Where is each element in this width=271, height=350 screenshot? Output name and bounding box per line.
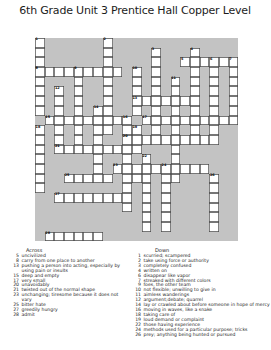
grid-cell[interactable]: 26 (209, 174, 219, 184)
grid-cell[interactable]: 22 (142, 154, 152, 164)
grid-cell[interactable] (151, 135, 161, 145)
grid-cell[interactable]: 10 (132, 67, 142, 77)
cell-number: 12 (55, 86, 60, 90)
grid-cell[interactable] (142, 183, 152, 193)
blocked-cell (122, 86, 132, 96)
grid-cell[interactable] (83, 232, 93, 242)
grid-cell[interactable] (209, 125, 219, 135)
grid-cell[interactable] (161, 203, 171, 213)
grid-cell[interactable]: 24 (161, 164, 171, 174)
blocked-cell (74, 154, 84, 164)
blocked-cell (74, 203, 84, 213)
blocked-cell (45, 193, 55, 203)
blocked-cell (229, 145, 239, 155)
page-title: 6th Grade Unit 3 Prentice Hall Copper Le… (0, 4, 270, 17)
grid-cell[interactable] (151, 96, 161, 106)
grid-cell[interactable] (122, 203, 132, 213)
blocked-cell (113, 57, 123, 67)
grid-cell[interactable] (93, 145, 103, 155)
grid-cell[interactable] (190, 67, 200, 77)
grid-cell[interactable] (209, 96, 219, 106)
grid-cell[interactable] (74, 77, 84, 87)
grid-cell[interactable] (142, 164, 152, 174)
grid-cell[interactable] (200, 57, 210, 67)
grid-cell[interactable] (74, 86, 84, 96)
blocked-cell (142, 86, 152, 96)
grid-cell[interactable] (35, 145, 45, 155)
grid-cell[interactable]: 23 (113, 164, 123, 174)
grid-cell[interactable] (64, 145, 74, 155)
grid-cell[interactable] (190, 96, 200, 106)
grid-cell[interactable] (190, 135, 200, 145)
clue-number: 26 (129, 333, 144, 338)
grid-cell[interactable]: 21 (54, 145, 64, 155)
grid-cell[interactable]: 4 (190, 48, 200, 58)
blocked-cell (35, 212, 45, 222)
grid-cell[interactable]: 11 (171, 77, 181, 87)
cell-number: 21 (55, 144, 60, 148)
grid-cell[interactable] (93, 232, 103, 242)
blocked-cell (219, 212, 229, 222)
blocked-cell (161, 145, 171, 155)
grid-cell[interactable] (151, 57, 161, 67)
blocked-cell (229, 38, 239, 48)
grid-cell[interactable] (161, 116, 171, 126)
blocked-cell (64, 135, 74, 145)
grid-cell[interactable] (142, 222, 152, 232)
grid-cell[interactable] (93, 193, 103, 203)
grid-cell[interactable] (151, 67, 161, 77)
grid-cell[interactable] (171, 116, 181, 126)
cell-number: 10 (132, 66, 137, 70)
grid-cell[interactable] (209, 116, 219, 126)
blocked-cell (54, 212, 64, 222)
blocked-cell (190, 212, 200, 222)
blocked-cell (209, 154, 219, 164)
cell-number: 13 (132, 96, 137, 100)
grid-cell[interactable] (35, 96, 45, 106)
grid-cell[interactable] (103, 145, 113, 155)
blocked-cell (132, 203, 142, 213)
grid-cell[interactable] (122, 145, 132, 155)
clue-section: Across 5uncivilized8carry from one place… (0, 246, 270, 337)
cell-number: 11 (171, 76, 176, 80)
blocked-cell (122, 212, 132, 222)
grid-cell[interactable] (219, 116, 229, 126)
blocked-cell (229, 203, 239, 213)
blocked-cell (151, 222, 161, 232)
grid-cell[interactable] (171, 135, 181, 145)
grid-cell[interactable]: 17 (142, 116, 152, 126)
blocked-cell (180, 183, 190, 193)
blocked-cell (54, 154, 64, 164)
blocked-cell (180, 174, 190, 184)
grid-cell[interactable]: 13 (132, 96, 142, 106)
grid-cell[interactable] (209, 77, 219, 87)
grid-cell[interactable] (161, 96, 171, 106)
grid-cell[interactable] (151, 116, 161, 126)
grid-cell[interactable]: 6 (209, 57, 219, 67)
grid-cell[interactable] (74, 125, 84, 135)
grid-cell[interactable] (209, 86, 219, 96)
grid-cell[interactable] (103, 174, 113, 184)
grid-cell[interactable] (122, 154, 132, 164)
grid-cell[interactable] (74, 116, 84, 126)
grid-cell[interactable] (93, 174, 103, 184)
grid-cell[interactable] (35, 106, 45, 116)
blocked-cell (151, 193, 161, 203)
grid-cell[interactable] (103, 48, 113, 58)
grid-cell[interactable]: 25 (64, 174, 74, 184)
blocked-cell (113, 174, 123, 184)
blocked-cell (200, 106, 210, 116)
grid-cell[interactable] (132, 164, 142, 174)
grid-cell[interactable] (35, 135, 45, 145)
blocked-cell (83, 96, 93, 106)
grid-cell[interactable] (171, 154, 181, 164)
grid-cell[interactable] (161, 174, 171, 184)
blocked-cell (113, 183, 123, 193)
blocked-cell (180, 77, 190, 87)
blocked-cell (103, 212, 113, 222)
blocked-cell (171, 183, 181, 193)
blocked-cell (200, 174, 210, 184)
blocked-cell (74, 48, 84, 58)
grid-cell[interactable] (161, 212, 171, 222)
grid-cell[interactable] (103, 77, 113, 87)
grid-cell[interactable] (161, 193, 171, 203)
blocked-cell (171, 193, 181, 203)
grid-cell[interactable] (151, 164, 161, 174)
grid-cell[interactable] (103, 193, 113, 203)
blocked-cell (200, 154, 210, 164)
grid-cell[interactable] (209, 193, 219, 203)
grid-cell[interactable] (132, 174, 142, 184)
cell-number: 4 (191, 47, 193, 51)
grid-cell[interactable] (200, 116, 210, 126)
grid-cell[interactable] (171, 125, 181, 135)
grid-cell[interactable] (113, 67, 123, 77)
clue-row: 26prey; anything being hunted or pursued (129, 333, 270, 338)
grid-cell[interactable] (190, 125, 200, 135)
grid-cell[interactable] (219, 57, 229, 67)
grid-cell[interactable] (180, 135, 190, 145)
grid-cell[interactable] (113, 116, 123, 126)
grid-cell[interactable] (190, 57, 200, 67)
grid-cell[interactable] (74, 106, 84, 116)
grid-cell[interactable]: 7 (229, 57, 239, 67)
grid-cell[interactable] (83, 174, 93, 184)
grid-cell[interactable] (35, 86, 45, 96)
blocked-cell (103, 154, 113, 164)
grid-cell[interactable] (190, 116, 200, 126)
grid-cell[interactable] (161, 135, 171, 145)
grid-cell[interactable] (54, 106, 64, 116)
grid-cell[interactable] (132, 77, 142, 87)
grid-cell[interactable]: 18 (35, 125, 45, 135)
blocked-cell (200, 212, 210, 222)
grid-cell[interactable] (113, 145, 123, 155)
grid-cell[interactable] (93, 164, 103, 174)
cell-number: 24 (162, 163, 167, 167)
blocked-cell (180, 38, 190, 48)
grid-cell[interactable] (142, 203, 152, 213)
grid-cell[interactable] (190, 77, 200, 87)
blocked-cell (83, 86, 93, 96)
grid-cell[interactable] (209, 67, 219, 77)
grid-cell[interactable] (93, 116, 103, 126)
blocked-cell (113, 86, 123, 96)
grid-cell[interactable] (35, 164, 45, 174)
grid-cell[interactable] (209, 212, 219, 222)
blocked-cell (74, 38, 84, 48)
blocked-cell (142, 57, 152, 67)
grid-cell[interactable] (151, 86, 161, 96)
grid-cell[interactable] (83, 193, 93, 203)
blocked-cell (122, 77, 132, 87)
grid-cell[interactable] (93, 135, 103, 145)
cell-number: 14 (94, 105, 99, 109)
grid-cell[interactable] (45, 67, 55, 77)
grid-cell[interactable] (83, 116, 93, 126)
grid-cell[interactable] (151, 77, 161, 87)
grid-cell[interactable] (229, 86, 239, 96)
grid-cell[interactable] (171, 145, 181, 155)
blocked-cell (229, 154, 239, 164)
blocked-cell (151, 174, 161, 184)
grid-cell[interactable] (142, 212, 152, 222)
blocked-cell (132, 212, 142, 222)
blocked-cell (171, 232, 181, 242)
clue-row: 28admit (7, 313, 127, 318)
grid-cell[interactable] (74, 232, 84, 242)
blocked-cell (229, 193, 239, 203)
grid-cell[interactable] (132, 106, 142, 116)
grid-cell[interactable]: 1 (35, 38, 45, 48)
grid-cell[interactable] (151, 125, 161, 135)
grid-cell[interactable] (35, 174, 45, 184)
blocked-cell (151, 145, 161, 155)
grid-cell[interactable] (229, 67, 239, 77)
blocked-cell (122, 67, 132, 77)
grid-cell[interactable] (122, 174, 132, 184)
grid-cell[interactable] (93, 125, 103, 135)
grid-cell[interactable] (132, 145, 142, 155)
blocked-cell (83, 203, 93, 213)
blocked-cell (180, 67, 190, 77)
grid-cell[interactable] (142, 193, 152, 203)
grid-cell[interactable] (190, 106, 200, 116)
grid-cell[interactable] (190, 164, 200, 174)
grid-cell[interactable] (151, 106, 161, 116)
blocked-cell (45, 164, 55, 174)
grid-cell[interactable] (35, 48, 45, 58)
blocked-cell (200, 48, 210, 58)
blocked-cell (45, 77, 55, 87)
blocked-cell (113, 222, 123, 232)
blocked-cell (54, 48, 64, 58)
grid-cell[interactable] (122, 164, 132, 174)
grid-cell[interactable] (171, 174, 181, 184)
grid-cell[interactable] (103, 96, 113, 106)
cell-number: 8 (36, 66, 38, 70)
blocked-cell (180, 203, 190, 213)
grid-cell[interactable]: 9 (74, 67, 84, 77)
grid-cell[interactable] (74, 174, 84, 184)
grid-cell[interactable]: 16 (122, 116, 132, 126)
blocked-cell (64, 222, 74, 232)
grid-cell[interactable] (209, 135, 219, 145)
blocked-cell (93, 222, 103, 232)
grid-cell[interactable] (74, 96, 84, 106)
blocked-cell (219, 145, 229, 155)
blocked-cell (161, 48, 171, 58)
blocked-cell (219, 203, 229, 213)
grid-cell[interactable] (229, 116, 239, 126)
grid-cell[interactable] (64, 116, 74, 126)
grid-cell[interactable] (122, 193, 132, 203)
blocked-cell (103, 135, 113, 145)
grid-cell[interactable] (64, 193, 74, 203)
cell-number: 17 (142, 115, 147, 119)
blocked-cell (142, 77, 152, 87)
blocked-cell (83, 154, 93, 164)
grid-cell[interactable]: 3 (151, 48, 161, 58)
blocked-cell (200, 183, 210, 193)
blocked-cell (122, 38, 132, 48)
blocked-cell (45, 38, 55, 48)
blocked-cell (171, 48, 181, 58)
grid-cell[interactable] (64, 232, 74, 242)
blocked-cell (93, 86, 103, 96)
grid-cell[interactable] (103, 106, 113, 116)
grid-cell[interactable] (103, 125, 113, 135)
grid-cell[interactable] (171, 164, 181, 174)
grid-cell[interactable] (93, 67, 103, 77)
grid-cell[interactable] (74, 135, 84, 145)
grid-cell[interactable] (54, 67, 64, 77)
blocked-cell (54, 164, 64, 174)
cell-number: 15 (45, 115, 50, 119)
grid-cell[interactable]: 27 (54, 193, 64, 203)
grid-cell[interactable] (171, 86, 181, 96)
blocked-cell (219, 174, 229, 184)
grid-cell[interactable] (35, 154, 45, 164)
grid-cell[interactable]: 12 (54, 86, 64, 96)
blocked-cell (161, 232, 171, 242)
grid-cell[interactable]: 8 (35, 67, 45, 77)
grid-cell[interactable] (229, 106, 239, 116)
grid-cell[interactable] (54, 232, 64, 242)
grid-cell[interactable] (171, 106, 181, 116)
grid-cell[interactable]: 20 (122, 135, 132, 145)
grid-cell[interactable] (200, 164, 210, 174)
grid-cell[interactable]: 5 (180, 57, 190, 67)
grid-cell[interactable] (54, 125, 64, 135)
grid-cell[interactable] (74, 193, 84, 203)
blocked-cell (93, 203, 103, 213)
blocked-cell (200, 125, 210, 135)
grid-cell[interactable]: 2 (103, 38, 113, 48)
grid-cell[interactable] (180, 164, 190, 174)
blocked-cell (200, 67, 210, 77)
grid-cell[interactable] (200, 135, 210, 145)
blocked-cell (200, 193, 210, 203)
grid-cell[interactable] (74, 145, 84, 155)
blocked-cell (219, 125, 229, 135)
grid-cell[interactable] (142, 174, 152, 184)
grid-cell[interactable] (132, 135, 142, 145)
grid-cell[interactable] (171, 96, 181, 106)
grid-cell[interactable] (83, 145, 93, 155)
grid-cell[interactable] (103, 57, 113, 67)
grid-cell[interactable] (103, 86, 113, 96)
clue-text: prey; anything being hunted or pursued (144, 333, 271, 338)
blocked-cell (180, 86, 190, 96)
grid-cell[interactable] (54, 96, 64, 106)
grid-cell[interactable] (83, 67, 93, 77)
grid-cell[interactable] (180, 116, 190, 126)
grid-cell[interactable] (229, 96, 239, 106)
grid-cell[interactable] (209, 106, 219, 116)
grid-cell[interactable] (54, 116, 64, 126)
cell-number: 18 (36, 125, 41, 129)
grid-cell[interactable] (161, 222, 171, 232)
blocked-cell (132, 222, 142, 232)
blocked-cell (35, 193, 45, 203)
grid-cell[interactable] (190, 86, 200, 96)
blocked-cell (45, 212, 55, 222)
grid-cell[interactable] (113, 193, 123, 203)
grid-cell[interactable] (142, 96, 152, 106)
blocked-cell (113, 135, 123, 145)
blocked-cell (83, 164, 93, 174)
grid-cell[interactable] (209, 203, 219, 213)
grid-cell[interactable]: 14 (93, 106, 103, 116)
grid-cell[interactable]: 28 (45, 232, 55, 242)
grid-cell[interactable] (209, 183, 219, 193)
blocked-cell (151, 183, 161, 193)
blocked-cell (93, 77, 103, 87)
blocked-cell (171, 212, 181, 222)
grid-cell[interactable] (93, 154, 103, 164)
grid-cell[interactable] (35, 77, 45, 87)
grid-cell[interactable] (103, 67, 113, 77)
grid-cell[interactable] (122, 183, 132, 193)
grid-cell[interactable]: 19 (132, 125, 142, 135)
grid-cell[interactable] (103, 116, 113, 126)
blocked-cell (229, 125, 239, 135)
grid-cell[interactable] (229, 77, 239, 87)
blocked-cell (171, 38, 181, 48)
grid-cell[interactable] (180, 96, 190, 106)
cell-number: 22 (142, 154, 147, 158)
blocked-cell (180, 154, 190, 164)
blocked-cell (209, 38, 219, 48)
blocked-cell (190, 232, 200, 242)
grid-cell[interactable] (35, 183, 45, 193)
blocked-cell (219, 67, 229, 77)
grid-cell[interactable] (64, 67, 74, 77)
grid-cell[interactable] (142, 135, 152, 145)
blocked-cell (229, 164, 239, 174)
blocked-cell (190, 154, 200, 164)
grid-cell[interactable] (209, 222, 219, 232)
grid-cell[interactable] (161, 183, 171, 193)
grid-cell[interactable]: 15 (45, 116, 55, 126)
cell-number: 1 (36, 37, 38, 41)
blocked-cell (180, 106, 190, 116)
